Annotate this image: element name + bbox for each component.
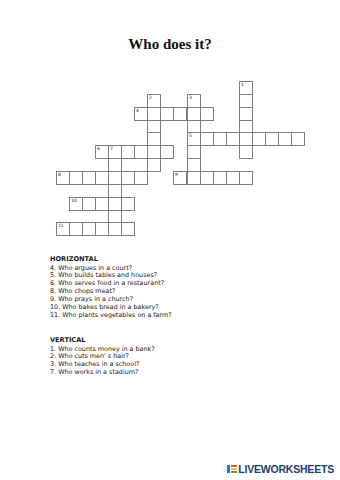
liveworksheets-wordmark: LIVEWORKSHEETS [238,463,334,475]
crossword-cell-r4c15[interactable] [252,132,266,146]
crossword-cell-r2c10[interactable] [187,107,201,121]
crossword-cell-r4c11[interactable] [200,132,214,146]
clue-number-5: 5 [189,133,192,138]
clue-number-11: 11 [58,223,64,228]
horizontal-clue-11: 11. Who plants vegetables on a farm? [50,312,172,320]
crossword-cell-r2c6[interactable]: 4 [134,107,148,121]
crossword-cell-r5c4[interactable]: 7 [108,145,122,159]
crossword-cell-r4c18[interactable] [291,132,305,146]
vertical-clue-7: 7. Who works in a stadium? [50,369,155,377]
crossword-cell-r4c16[interactable] [265,132,279,146]
crossword-cell-r11c4[interactable] [108,222,122,236]
crossword-cell-r7c14[interactable] [239,171,253,185]
crossword-cell-r7c13[interactable] [226,171,240,185]
clue-number-8: 8 [58,172,61,177]
clue-number-3: 3 [189,95,192,100]
crossword-cell-r11c3[interactable] [95,222,109,236]
crossword-cell-r7c11[interactable] [200,171,214,185]
crossword-cell-r11c1[interactable] [69,222,83,236]
crossword-cell-r11c5[interactable] [121,222,135,236]
crossword-cell-r5c10[interactable] [187,145,201,159]
crossword-cell-r0c14[interactable]: 1 [239,81,253,95]
crossword-cell-r7c9[interactable]: 9 [173,171,187,185]
crossword-cell-r1c7[interactable]: 2 [147,94,161,108]
crossword-cell-r11c2[interactable] [82,222,96,236]
crossword-cell-r7c2[interactable] [82,171,96,185]
vertical-clues-section: VERTICAL 1. Who counts money in a bank?2… [50,336,155,377]
crossword-cell-r7c12[interactable] [213,171,227,185]
crossword-cell-r4c10[interactable]: 5 [187,132,201,146]
crossword-cell-r7c0[interactable]: 8 [56,171,70,185]
crossword-cell-r1c14[interactable] [239,94,253,108]
crossword-cell-r1c10[interactable]: 3 [187,94,201,108]
crossword-cell-r4c14[interactable] [239,132,253,146]
crossword-cell-r5c5[interactable] [121,145,135,159]
crossword-cell-r2c7[interactable] [147,107,161,121]
crossword-cell-r6c10[interactable] [187,158,201,172]
crossword-cell-r2c14[interactable] [239,107,253,121]
crossword-cell-r7c6[interactable] [134,171,148,185]
page-title: Who does it? [0,36,340,53]
crossword-cell-r5c7[interactable] [147,145,161,159]
crossword-cell-r4c12[interactable] [213,132,227,146]
crossword-cell-r2c11[interactable] [200,107,214,121]
crossword-cell-r8c4[interactable] [108,184,122,198]
crossword-cell-r9c2[interactable] [82,197,96,211]
crossword-cell-r7c3[interactable] [95,171,109,185]
crossword-cell-r2c8[interactable] [160,107,174,121]
crossword-cell-r5c6[interactable] [134,145,148,159]
crossword-cell-r7c4[interactable] [108,171,122,185]
clue-number-1: 1 [241,82,244,87]
clue-number-7: 7 [110,146,113,151]
crossword-cell-r9c4[interactable] [108,197,122,211]
vertical-clues-header: VERTICAL [50,336,155,344]
clue-number-2: 2 [149,95,152,100]
crossword-cell-r6c7[interactable] [147,158,161,172]
crossword-cell-r4c7[interactable] [147,132,161,146]
crossword-cell-r9c1[interactable]: 10 [69,197,83,211]
crossword-cell-r6c4[interactable] [108,158,122,172]
clue-number-6: 6 [97,146,100,151]
crossword-cell-r4c13[interactable] [226,132,240,146]
liveworksheets-logo[interactable]: LIVEWORKSHEETS [227,463,334,475]
clue-number-9: 9 [175,172,178,177]
crossword-cell-r5c8[interactable] [160,145,174,159]
crossword-cell-r2c9[interactable] [173,107,187,121]
crossword-cell-r7c5[interactable] [121,171,135,185]
crossword-cell-r7c10[interactable] [187,171,201,185]
crossword-cell-r9c5[interactable] [121,197,135,211]
horizontal-clues-section: HORIZONTAL 4. Who argues in a court?5. W… [50,255,172,319]
crossword-cell-r7c1[interactable] [69,171,83,185]
crossword-cell-r11c0[interactable]: 11 [56,222,70,236]
crossword-cell-r5c14[interactable] [239,145,253,159]
clue-number-4: 4 [136,108,139,113]
crossword-cell-r5c3[interactable]: 6 [95,145,109,159]
liveworksheets-icon [227,464,237,474]
clue-number-10: 10 [71,198,77,203]
horizontal-clues-header: HORIZONTAL [50,255,172,263]
crossword-cell-r9c3[interactable] [95,197,109,211]
crossword-cell-r4c17[interactable] [278,132,292,146]
